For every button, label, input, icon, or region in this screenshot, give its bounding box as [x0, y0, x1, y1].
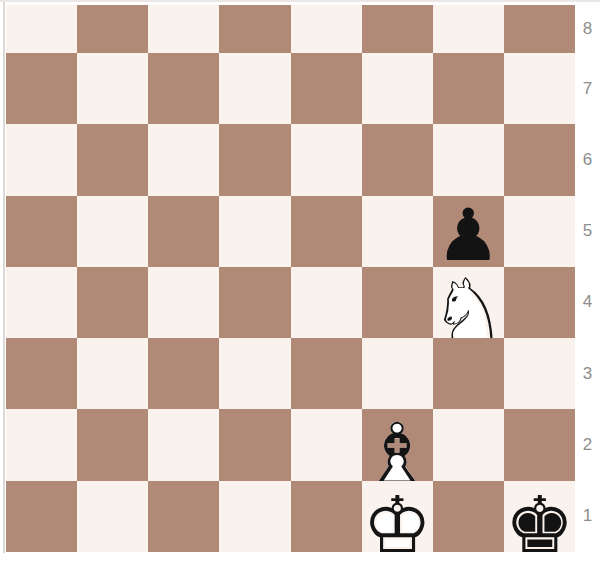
rank-label-1: 1: [575, 481, 600, 552]
rank-label-2: 2: [575, 409, 600, 480]
square-g5[interactable]: ♟: [433, 196, 504, 267]
square-h2[interactable]: [504, 409, 575, 480]
square-e4[interactable]: [291, 267, 362, 338]
square-h7[interactable]: [504, 53, 575, 124]
rank-label-5: 5: [575, 196, 600, 267]
white-king-piece[interactable]: ♚♔: [362, 486, 432, 564]
square-a3[interactable]: [6, 338, 77, 409]
left-hairline: [3, 2, 5, 553]
square-f1[interactable]: ♚♔: [362, 481, 433, 552]
rank-label-8: 8: [575, 5, 600, 53]
square-e3[interactable]: [291, 338, 362, 409]
square-f3[interactable]: [362, 338, 433, 409]
square-a8[interactable]: [6, 5, 77, 53]
square-c5[interactable]: [148, 196, 219, 267]
square-c8[interactable]: [148, 5, 219, 53]
square-b8[interactable]: [77, 5, 148, 53]
square-b5[interactable]: [77, 196, 148, 267]
square-d2[interactable]: [219, 409, 290, 480]
rank-label-3: 3: [575, 338, 600, 409]
chess-diagram: ♟♞♘♝♗♚♔♚ 87654321: [0, 0, 600, 564]
square-a2[interactable]: [6, 409, 77, 480]
square-h5[interactable]: [504, 196, 575, 267]
piece-glyph: ♚: [504, 486, 574, 564]
square-f6[interactable]: [362, 124, 433, 195]
square-a5[interactable]: [6, 196, 77, 267]
square-f7[interactable]: [362, 53, 433, 124]
square-c7[interactable]: [148, 53, 219, 124]
square-e5[interactable]: [291, 196, 362, 267]
square-c2[interactable]: [148, 409, 219, 480]
rank-label-7: 7: [575, 53, 600, 124]
square-h8[interactable]: [504, 5, 575, 53]
square-d8[interactable]: [219, 5, 290, 53]
square-g1[interactable]: [433, 481, 504, 552]
square-b2[interactable]: [77, 409, 148, 480]
square-e6[interactable]: [291, 124, 362, 195]
square-b7[interactable]: [77, 53, 148, 124]
square-g6[interactable]: [433, 124, 504, 195]
square-g7[interactable]: [433, 53, 504, 124]
square-f4[interactable]: [362, 267, 433, 338]
top-hairline: [0, 0, 600, 2]
square-f5[interactable]: [362, 196, 433, 267]
piece-outline-layer: ♔: [362, 486, 432, 564]
square-d7[interactable]: [219, 53, 290, 124]
square-a7[interactable]: [6, 53, 77, 124]
square-c6[interactable]: [148, 124, 219, 195]
rank-label-6: 6: [575, 124, 600, 195]
rank-label-4: 4: [575, 267, 600, 338]
square-c4[interactable]: [148, 267, 219, 338]
square-f8[interactable]: [362, 5, 433, 53]
square-a1[interactable]: [6, 481, 77, 552]
square-d6[interactable]: [219, 124, 290, 195]
square-d3[interactable]: [219, 338, 290, 409]
square-e7[interactable]: [291, 53, 362, 124]
square-h3[interactable]: [504, 338, 575, 409]
square-g2[interactable]: [433, 409, 504, 480]
square-e1[interactable]: [291, 481, 362, 552]
square-b3[interactable]: [77, 338, 148, 409]
chess-board: ♟♞♘♝♗♚♔♚: [6, 5, 575, 552]
rank-labels-column: 87654321: [575, 5, 600, 552]
square-d1[interactable]: [219, 481, 290, 552]
square-e2[interactable]: [291, 409, 362, 480]
square-g8[interactable]: [433, 5, 504, 53]
square-b4[interactable]: [77, 267, 148, 338]
square-h1[interactable]: ♚: [504, 481, 575, 552]
square-e8[interactable]: [291, 5, 362, 53]
square-g4[interactable]: ♞♘: [433, 267, 504, 338]
square-a6[interactable]: [6, 124, 77, 195]
square-b1[interactable]: [77, 481, 148, 552]
square-d5[interactable]: [219, 196, 290, 267]
square-h4[interactable]: [504, 267, 575, 338]
square-h6[interactable]: [504, 124, 575, 195]
black-king-piece[interactable]: ♚: [504, 486, 574, 564]
square-c3[interactable]: [148, 338, 219, 409]
square-f2[interactable]: ♝♗: [362, 409, 433, 480]
square-c1[interactable]: [148, 481, 219, 552]
square-g3[interactable]: [433, 338, 504, 409]
square-b6[interactable]: [77, 124, 148, 195]
square-a4[interactable]: [6, 267, 77, 338]
square-d4[interactable]: [219, 267, 290, 338]
